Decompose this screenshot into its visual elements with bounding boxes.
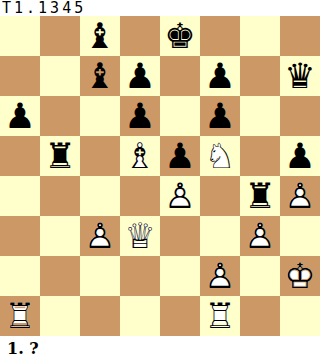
square-g4[interactable]: ♜: [240, 176, 280, 216]
square-e4[interactable]: ♟♙: [160, 176, 200, 216]
square-f5[interactable]: ♞♘: [200, 136, 240, 176]
black-queen: ♛: [280, 56, 320, 96]
chess-board: ♝♚♝♟♟♛♟♟♟♜♝♗♟♞♘♟♟♙♜♟♙♟♙♛♕♟♙♟♙♚♔♜♖♜♖: [0, 16, 320, 336]
black-pawn: ♟: [120, 96, 160, 136]
square-d8[interactable]: [120, 16, 160, 56]
square-a4[interactable]: [0, 176, 40, 216]
white-rook: ♖: [0, 296, 40, 336]
white-pawn: ♙: [240, 216, 280, 256]
square-f1[interactable]: ♜♖: [200, 296, 240, 336]
square-a1[interactable]: ♜♖: [0, 296, 40, 336]
white-bishop: ♗: [120, 136, 160, 176]
white-pawn: ♙: [280, 176, 320, 216]
square-d2[interactable]: [120, 256, 160, 296]
white-rook-fill: ♜: [200, 296, 240, 336]
move-prompt-bar: 1. ?: [0, 336, 320, 360]
square-f2[interactable]: ♟♙: [200, 256, 240, 296]
square-h7[interactable]: ♛: [280, 56, 320, 96]
square-f4[interactable]: [200, 176, 240, 216]
square-f6[interactable]: ♟: [200, 96, 240, 136]
square-d4[interactable]: [120, 176, 160, 216]
black-pawn: ♟: [160, 136, 200, 176]
square-e3[interactable]: [160, 216, 200, 256]
puzzle-title: T1.1345: [0, 0, 320, 16]
square-h1[interactable]: [280, 296, 320, 336]
white-rook-fill: ♜: [0, 296, 40, 336]
square-d1[interactable]: [120, 296, 160, 336]
white-pawn-fill: ♟: [200, 256, 240, 296]
white-queen-fill: ♛: [120, 216, 160, 256]
square-e8[interactable]: ♚: [160, 16, 200, 56]
square-e5[interactable]: ♟: [160, 136, 200, 176]
square-d6[interactable]: ♟: [120, 96, 160, 136]
square-c8[interactable]: ♝: [80, 16, 120, 56]
white-pawn-fill: ♟: [240, 216, 280, 256]
white-queen: ♕: [120, 216, 160, 256]
square-h3[interactable]: [280, 216, 320, 256]
white-pawn-fill: ♟: [80, 216, 120, 256]
square-g3[interactable]: ♟♙: [240, 216, 280, 256]
square-f7[interactable]: ♟: [200, 56, 240, 96]
square-g7[interactable]: [240, 56, 280, 96]
black-rook: ♜: [240, 176, 280, 216]
white-king-fill: ♚: [280, 256, 320, 296]
square-b7[interactable]: [40, 56, 80, 96]
white-pawn: ♙: [200, 256, 240, 296]
square-b4[interactable]: [40, 176, 80, 216]
square-g5[interactable]: [240, 136, 280, 176]
square-b8[interactable]: [40, 16, 80, 56]
square-b3[interactable]: [40, 216, 80, 256]
square-g2[interactable]: [240, 256, 280, 296]
black-pawn: ♟: [200, 96, 240, 136]
move-prompt: 1. ?: [7, 339, 39, 358]
white-pawn: ♙: [80, 216, 120, 256]
square-e2[interactable]: [160, 256, 200, 296]
black-rook: ♜: [40, 136, 80, 176]
black-pawn: ♟: [120, 56, 160, 96]
square-f8[interactable]: [200, 16, 240, 56]
square-g8[interactable]: [240, 16, 280, 56]
square-h6[interactable]: [280, 96, 320, 136]
square-g6[interactable]: [240, 96, 280, 136]
white-bishop-fill: ♝: [120, 136, 160, 176]
square-a8[interactable]: [0, 16, 40, 56]
white-pawn-fill: ♟: [160, 176, 200, 216]
black-bishop: ♝: [80, 56, 120, 96]
square-b1[interactable]: [40, 296, 80, 336]
square-h5[interactable]: ♟: [280, 136, 320, 176]
square-d7[interactable]: ♟: [120, 56, 160, 96]
square-e1[interactable]: [160, 296, 200, 336]
square-e7[interactable]: [160, 56, 200, 96]
black-pawn: ♟: [200, 56, 240, 96]
square-a7[interactable]: [0, 56, 40, 96]
black-bishop: ♝: [80, 16, 120, 56]
square-h8[interactable]: [280, 16, 320, 56]
white-pawn-fill: ♟: [280, 176, 320, 216]
square-a3[interactable]: [0, 216, 40, 256]
square-d5[interactable]: ♝♗: [120, 136, 160, 176]
square-a5[interactable]: [0, 136, 40, 176]
white-rook: ♖: [200, 296, 240, 336]
square-c1[interactable]: [80, 296, 120, 336]
white-king: ♔: [280, 256, 320, 296]
square-b2[interactable]: [40, 256, 80, 296]
square-c2[interactable]: [80, 256, 120, 296]
square-h2[interactable]: ♚♔: [280, 256, 320, 296]
white-pawn: ♙: [160, 176, 200, 216]
square-d3[interactable]: ♛♕: [120, 216, 160, 256]
square-a6[interactable]: ♟: [0, 96, 40, 136]
square-a2[interactable]: [0, 256, 40, 296]
square-g1[interactable]: [240, 296, 280, 336]
square-h4[interactable]: ♟♙: [280, 176, 320, 216]
square-c7[interactable]: ♝: [80, 56, 120, 96]
square-c3[interactable]: ♟♙: [80, 216, 120, 256]
white-knight: ♘: [200, 136, 240, 176]
square-c6[interactable]: [80, 96, 120, 136]
square-b6[interactable]: [40, 96, 80, 136]
square-e6[interactable]: [160, 96, 200, 136]
puzzle-id: T1.1345: [2, 0, 86, 17]
white-knight-fill: ♞: [200, 136, 240, 176]
square-b5[interactable]: ♜: [40, 136, 80, 176]
black-king: ♚: [160, 16, 200, 56]
black-pawn: ♟: [0, 96, 40, 136]
square-c5[interactable]: [80, 136, 120, 176]
square-c4[interactable]: [80, 176, 120, 216]
black-pawn: ♟: [280, 136, 320, 176]
square-f3[interactable]: [200, 216, 240, 256]
